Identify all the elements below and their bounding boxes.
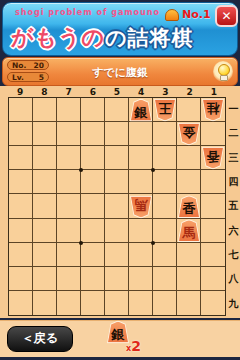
board-cell[interactable] <box>81 291 105 315</box>
board-cell[interactable] <box>105 194 129 218</box>
board-cell[interactable] <box>57 146 81 170</box>
board-cell[interactable] <box>105 291 129 315</box>
board-cell[interactable] <box>177 98 201 122</box>
hand-piece-count: x2 <box>126 336 141 355</box>
piece-glyph: 香 <box>183 202 196 215</box>
piece-glyph: 馬 <box>183 226 196 239</box>
board-cell[interactable] <box>105 267 129 291</box>
board-cell[interactable] <box>177 146 201 170</box>
board-cell[interactable] <box>57 122 81 146</box>
board-cell[interactable] <box>177 243 201 267</box>
rank-label: 四 <box>227 170 240 194</box>
star-point <box>151 241 155 245</box>
board-cell[interactable] <box>9 170 33 194</box>
board-cell[interactable] <box>33 219 57 243</box>
board-cell[interactable] <box>201 122 225 146</box>
board-cell[interactable] <box>33 194 57 218</box>
board-cell[interactable] <box>201 267 225 291</box>
board-cell[interactable] <box>81 219 105 243</box>
board-cell[interactable] <box>105 243 129 267</box>
board-cell[interactable] <box>105 146 129 170</box>
board-cell[interactable] <box>33 98 57 122</box>
hand-count-number: 2 <box>131 338 141 354</box>
piece-glyph: 香 <box>207 150 220 163</box>
board-cell[interactable] <box>9 243 33 267</box>
back-button[interactable]: ＜戻る <box>7 326 73 352</box>
board-cell[interactable] <box>153 291 177 315</box>
board-cell[interactable] <box>57 98 81 122</box>
rank-label: 二 <box>227 121 240 145</box>
board-cell[interactable] <box>57 219 81 243</box>
board-cell[interactable] <box>9 98 33 122</box>
board-cell[interactable] <box>177 170 201 194</box>
app-title-white: の詰将棋 <box>105 24 194 52</box>
rank-label: 六 <box>227 219 240 243</box>
board-cell[interactable] <box>9 194 33 218</box>
rank-label: 三 <box>227 146 240 170</box>
board-cell[interactable] <box>9 219 33 243</box>
board-cell[interactable] <box>153 122 177 146</box>
board-cell[interactable] <box>33 291 57 315</box>
board-cell[interactable] <box>9 146 33 170</box>
board-cell[interactable] <box>201 170 225 194</box>
board-cell[interactable] <box>33 122 57 146</box>
board-cell[interactable] <box>177 267 201 291</box>
app-title-red: がもうの <box>11 23 105 53</box>
board-cell[interactable] <box>129 122 153 146</box>
board-cell[interactable] <box>201 219 225 243</box>
board-cell[interactable] <box>129 219 153 243</box>
board-cell[interactable] <box>81 146 105 170</box>
board-cell[interactable] <box>153 243 177 267</box>
bulb-base <box>220 75 228 81</box>
board-cell[interactable] <box>153 194 177 218</box>
board-cell[interactable] <box>105 170 129 194</box>
board-cell[interactable] <box>81 98 105 122</box>
board-cell[interactable] <box>57 194 81 218</box>
app-subtitle: shogi problem of gamouno <box>15 8 160 17</box>
piece-glyph: 桂 <box>207 102 220 115</box>
rank-label: 一 <box>227 97 240 121</box>
board-cell[interactable] <box>129 267 153 291</box>
board-cell[interactable] <box>81 170 105 194</box>
star-point <box>79 241 83 245</box>
rank-label: 五 <box>227 194 240 218</box>
board-cell[interactable] <box>129 170 153 194</box>
file-labels: 987654321 <box>8 87 226 97</box>
bell-icon <box>165 9 179 21</box>
file-label: 3 <box>153 87 177 97</box>
board-cell[interactable] <box>57 291 81 315</box>
app-title: がもうの の詰将棋 <box>11 23 237 53</box>
star-point <box>79 168 83 172</box>
board-cell[interactable] <box>57 267 81 291</box>
board-cell[interactable] <box>129 146 153 170</box>
board-cell[interactable] <box>105 122 129 146</box>
board-cell[interactable] <box>81 267 105 291</box>
piece-glyph: 王 <box>159 102 172 115</box>
rank-label: 七 <box>227 243 240 267</box>
board-cell[interactable] <box>201 194 225 218</box>
star-point <box>151 168 155 172</box>
shogi-board: 銀王桂金香馬香馬 <box>8 97 226 316</box>
board-cell[interactable] <box>105 98 129 122</box>
file-label: 5 <box>105 87 129 97</box>
board-cell[interactable] <box>201 243 225 267</box>
file-label: 2 <box>178 87 202 97</box>
file-label: 7 <box>56 87 80 97</box>
board-cell[interactable] <box>9 267 33 291</box>
file-label: 9 <box>8 87 32 97</box>
file-label: 6 <box>81 87 105 97</box>
file-label: 4 <box>129 87 153 97</box>
board-panel: 987654321 一二三四五六七八九 銀王桂金香馬香馬 <box>0 86 240 318</box>
rank-label: 八 <box>227 267 240 291</box>
board-cell[interactable] <box>33 243 57 267</box>
problem-number: No.1 <box>182 8 211 21</box>
board-cell[interactable] <box>153 170 177 194</box>
hand-piece-glyph: 銀 <box>112 327 125 340</box>
board-cell[interactable] <box>33 170 57 194</box>
board-cell[interactable] <box>9 122 33 146</box>
hint-bulb-icon[interactable] <box>213 61 233 82</box>
board-cell[interactable] <box>177 291 201 315</box>
header-banner: shogi problem of gamouno No.1 ✕ がもうの の詰将… <box>2 2 238 56</box>
file-label: 8 <box>32 87 56 97</box>
board-cell[interactable] <box>201 291 225 315</box>
hint-title: すでに腹銀 <box>3 65 237 80</box>
rank-labels: 一二三四五六七八九 <box>227 97 240 316</box>
board-cell[interactable] <box>81 243 105 267</box>
board-cell[interactable] <box>129 291 153 315</box>
board-cell[interactable] <box>105 219 129 243</box>
board-cell[interactable] <box>129 243 153 267</box>
rank-label: 九 <box>227 292 240 316</box>
piece-glyph: 銀 <box>135 105 148 118</box>
board-cell[interactable] <box>33 267 57 291</box>
board-cell[interactable] <box>153 219 177 243</box>
board-cell[interactable] <box>57 243 81 267</box>
file-label: 1 <box>202 87 226 97</box>
board-cell[interactable] <box>153 146 177 170</box>
piece-glyph: 金 <box>183 126 196 139</box>
board-cell[interactable] <box>153 267 177 291</box>
board-cell[interactable] <box>33 146 57 170</box>
board-cell[interactable] <box>81 122 105 146</box>
board-cell[interactable] <box>9 291 33 315</box>
piece-glyph: 馬 <box>135 199 148 212</box>
info-bar: No. 20 Lv. 5 すでに腹銀 <box>2 57 238 86</box>
board-cell[interactable] <box>81 194 105 218</box>
board-cell[interactable] <box>57 170 81 194</box>
